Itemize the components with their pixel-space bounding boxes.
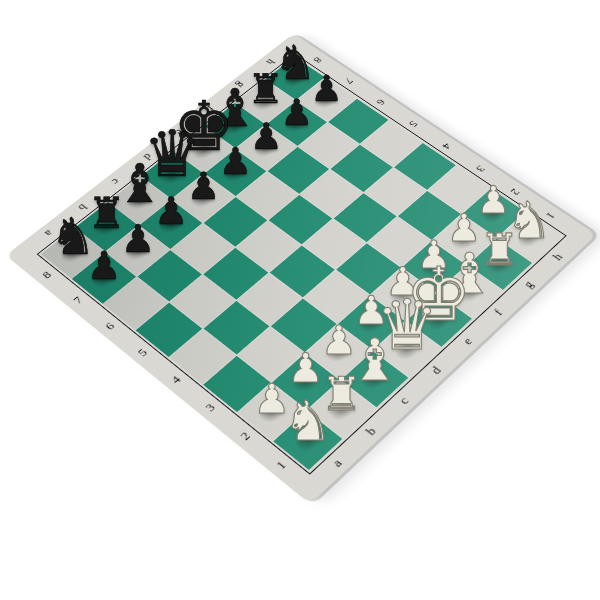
chessboard: abcdefgh abcdefgh 87654321 87654321	[6, 34, 597, 504]
playing-area-grid	[41, 57, 561, 470]
product-photo-stage: abcdefgh abcdefgh 87654321 87654321 ♞♜♝♛…	[0, 0, 600, 600]
